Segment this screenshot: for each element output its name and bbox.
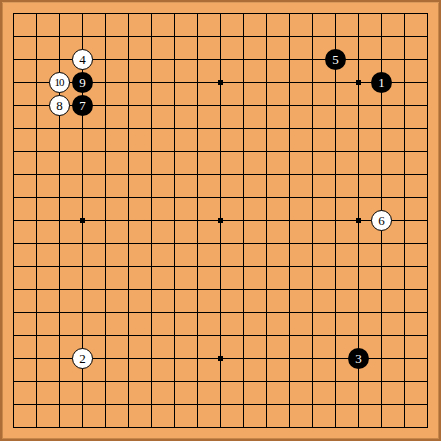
board-cell[interactable] [393,416,416,439]
board-cell[interactable] [324,163,347,186]
board-cell[interactable] [416,71,439,94]
board-cell[interactable] [25,117,48,140]
board-cell[interactable] [71,301,94,324]
board-cell[interactable] [301,347,324,370]
board-cell[interactable] [301,278,324,301]
board-cell[interactable] [393,117,416,140]
board-cell[interactable] [416,140,439,163]
board-cell[interactable] [163,347,186,370]
board-cell[interactable] [2,393,25,416]
board-cell[interactable] [301,370,324,393]
board-cell[interactable] [163,163,186,186]
board-cell[interactable] [232,25,255,48]
board-cell[interactable] [140,255,163,278]
board-cell[interactable] [255,2,278,25]
board-cell[interactable] [2,301,25,324]
board-cell[interactable] [393,163,416,186]
board-cell[interactable] [140,209,163,232]
board-cell[interactable] [2,347,25,370]
board-cell[interactable] [393,324,416,347]
board-cell[interactable] [324,255,347,278]
board-cell[interactable] [232,209,255,232]
board-cell[interactable] [370,324,393,347]
board-cell[interactable] [2,25,25,48]
board-cell[interactable] [255,278,278,301]
board-cell[interactable] [416,370,439,393]
board-cell[interactable] [94,140,117,163]
board-cell[interactable] [301,94,324,117]
board-cell[interactable] [324,301,347,324]
board-cell[interactable] [163,301,186,324]
board-cell[interactable] [324,393,347,416]
board-cell[interactable] [94,163,117,186]
board-cell[interactable] [25,209,48,232]
board-cell[interactable] [94,25,117,48]
board-cell[interactable] [25,2,48,25]
board-cell[interactable] [393,255,416,278]
board-cell[interactable] [48,324,71,347]
board-cell[interactable] [48,393,71,416]
board-cell[interactable] [370,301,393,324]
board-cell[interactable] [301,209,324,232]
board-cell[interactable] [163,324,186,347]
board-cell[interactable] [117,117,140,140]
board-cell[interactable] [255,416,278,439]
board-cell[interactable] [324,370,347,393]
board-cell[interactable] [324,71,347,94]
board-cell[interactable] [163,393,186,416]
board-cell[interactable] [186,209,209,232]
board-cell[interactable] [71,393,94,416]
board-cell[interactable] [301,255,324,278]
board-cell[interactable] [94,347,117,370]
board-cell[interactable] [370,370,393,393]
board-cell[interactable] [2,71,25,94]
board-cell[interactable] [347,186,370,209]
board-cell[interactable] [232,416,255,439]
board-cell[interactable] [25,278,48,301]
board-cell[interactable] [71,117,94,140]
board-cell[interactable] [117,324,140,347]
board-cell[interactable]: 7 [71,94,94,117]
board-cell[interactable] [117,25,140,48]
board-cell[interactable] [232,117,255,140]
board-cell[interactable] [71,370,94,393]
board-cell[interactable] [347,163,370,186]
board-cell[interactable] [94,393,117,416]
board-cell[interactable] [209,71,232,94]
board-cell[interactable] [48,416,71,439]
board-cell[interactable] [117,416,140,439]
board-cell[interactable] [163,94,186,117]
board-cell[interactable] [140,71,163,94]
board-cell[interactable] [140,232,163,255]
board-cell[interactable] [347,209,370,232]
board-cell[interactable] [71,2,94,25]
board-cell[interactable] [2,48,25,71]
board-cell[interactable] [163,140,186,163]
board-cell[interactable] [186,347,209,370]
board-cell[interactable] [48,186,71,209]
board-cell[interactable] [301,48,324,71]
board-cell[interactable] [209,255,232,278]
board-cell[interactable] [186,370,209,393]
board-cell[interactable] [370,48,393,71]
board-cell[interactable] [117,255,140,278]
board-cell[interactable] [416,117,439,140]
board-cell[interactable] [2,209,25,232]
board-cell[interactable] [117,2,140,25]
board-cell[interactable] [393,301,416,324]
board-cell[interactable] [163,416,186,439]
board-cell[interactable] [117,94,140,117]
board-cell[interactable] [71,255,94,278]
board-cell[interactable] [2,117,25,140]
board-cell[interactable] [370,255,393,278]
board-cell[interactable] [25,393,48,416]
board-cell[interactable] [301,117,324,140]
board-cell[interactable]: 5 [324,48,347,71]
board-cell[interactable] [25,186,48,209]
board-cell[interactable] [255,347,278,370]
board-cell[interactable] [278,416,301,439]
board-cell[interactable] [186,2,209,25]
board-cell[interactable] [2,232,25,255]
board-cell[interactable] [48,48,71,71]
board-cell[interactable] [209,48,232,71]
board-cell[interactable] [163,232,186,255]
board-cell[interactable] [117,140,140,163]
board-cell[interactable] [94,416,117,439]
board-cell[interactable] [25,370,48,393]
board-cell[interactable] [278,393,301,416]
board-cell[interactable] [209,140,232,163]
board-cell[interactable] [140,25,163,48]
board-cell[interactable] [278,232,301,255]
board-cell[interactable] [186,163,209,186]
board-cell[interactable] [163,71,186,94]
board-cell[interactable] [94,278,117,301]
board-cell[interactable] [301,324,324,347]
board-cell[interactable] [301,232,324,255]
board-cell[interactable] [117,393,140,416]
board-cell[interactable] [140,117,163,140]
board-cell[interactable] [117,347,140,370]
board-cell[interactable] [48,140,71,163]
board-cell[interactable] [140,347,163,370]
board-cell[interactable] [186,255,209,278]
board-cell[interactable] [71,25,94,48]
board-cell[interactable] [209,163,232,186]
board-cell[interactable] [255,117,278,140]
board-cell[interactable] [255,163,278,186]
board-cell[interactable] [416,393,439,416]
board-cell[interactable] [278,301,301,324]
board-cell[interactable] [347,71,370,94]
board-cell[interactable] [255,255,278,278]
board-cell[interactable] [117,301,140,324]
board-cell[interactable] [25,324,48,347]
board-cell[interactable] [347,2,370,25]
board-cell[interactable] [232,71,255,94]
board-cell[interactable] [278,2,301,25]
board-cell[interactable] [140,2,163,25]
board-cell[interactable] [232,94,255,117]
board-cell[interactable] [347,301,370,324]
board-cell[interactable] [48,2,71,25]
board-cell[interactable] [347,117,370,140]
board-cell[interactable] [232,186,255,209]
board-cell[interactable] [163,25,186,48]
board-cell[interactable] [232,255,255,278]
board-cell[interactable] [94,117,117,140]
board-cell[interactable] [324,324,347,347]
board-cell[interactable] [255,209,278,232]
board-cell[interactable] [140,94,163,117]
board-cell[interactable]: 3 [347,347,370,370]
board-cell[interactable] [186,140,209,163]
board-cell[interactable] [48,278,71,301]
board-cell[interactable] [370,232,393,255]
board-cell[interactable] [278,347,301,370]
board-cell[interactable] [255,324,278,347]
board-cell[interactable] [278,48,301,71]
board-cell[interactable] [25,163,48,186]
board-cell[interactable] [186,94,209,117]
board-cell[interactable] [347,140,370,163]
board-cell[interactable] [232,393,255,416]
board-cell[interactable] [71,324,94,347]
board-cell[interactable] [278,140,301,163]
board-cell[interactable] [209,347,232,370]
board-cell[interactable] [393,140,416,163]
board-cell[interactable] [370,163,393,186]
board-cell[interactable] [324,2,347,25]
board-cell[interactable]: 9 [71,71,94,94]
board-cell[interactable] [94,209,117,232]
board-cell[interactable] [2,416,25,439]
board-cell[interactable] [140,163,163,186]
board-cell[interactable] [209,301,232,324]
board-cell[interactable] [2,163,25,186]
board-cell[interactable] [232,2,255,25]
board-cell[interactable] [370,416,393,439]
board-cell[interactable] [186,324,209,347]
board-cell[interactable] [25,140,48,163]
board-cell[interactable] [393,2,416,25]
board-cell[interactable] [347,232,370,255]
board-cell[interactable] [186,186,209,209]
board-cell[interactable] [324,94,347,117]
board-cell[interactable] [232,370,255,393]
board-cell[interactable] [301,25,324,48]
board-cell[interactable] [163,117,186,140]
board-cell[interactable] [393,186,416,209]
board-cell[interactable] [255,393,278,416]
board-cell[interactable] [393,347,416,370]
board-cell[interactable] [416,232,439,255]
board-cell[interactable] [370,393,393,416]
board-cell[interactable] [94,186,117,209]
board-cell[interactable] [163,2,186,25]
board-cell[interactable] [324,232,347,255]
board-cell[interactable] [186,278,209,301]
board-cell[interactable] [278,186,301,209]
board-cell[interactable] [347,255,370,278]
board-cell[interactable] [94,324,117,347]
board-cell[interactable] [209,232,232,255]
board-cell[interactable] [347,25,370,48]
board-cell[interactable] [416,48,439,71]
board-cell[interactable] [416,186,439,209]
board-cell[interactable] [186,71,209,94]
board-cell[interactable] [117,186,140,209]
board-cell[interactable] [94,255,117,278]
board-cell[interactable] [140,278,163,301]
board-cell[interactable] [324,347,347,370]
board-cell[interactable] [232,140,255,163]
board-cell[interactable] [209,393,232,416]
board-cell[interactable] [255,71,278,94]
board-cell[interactable] [117,209,140,232]
board-cell[interactable] [2,140,25,163]
board-cell[interactable] [301,140,324,163]
board-cell[interactable] [370,117,393,140]
board-cell[interactable] [209,209,232,232]
board-cell[interactable] [255,186,278,209]
board-cell[interactable] [416,301,439,324]
board-cell[interactable] [278,71,301,94]
board-cell[interactable] [324,25,347,48]
board-cell[interactable] [140,370,163,393]
board-cell[interactable] [71,163,94,186]
board-cell[interactable] [186,393,209,416]
board-cell[interactable] [255,301,278,324]
board-cell[interactable] [48,232,71,255]
board-cell[interactable] [370,347,393,370]
board-cell[interactable] [278,25,301,48]
board-cell[interactable] [25,301,48,324]
board-cell[interactable] [278,255,301,278]
board-cell[interactable] [370,140,393,163]
board-cell[interactable] [209,25,232,48]
board-cell[interactable] [416,94,439,117]
board-cell[interactable] [278,117,301,140]
board-cell[interactable] [94,71,117,94]
board-cell[interactable] [301,163,324,186]
board-cell[interactable] [94,48,117,71]
board-cell[interactable] [255,25,278,48]
board-cell[interactable] [209,416,232,439]
board-cell[interactable] [140,48,163,71]
board-cell[interactable] [347,48,370,71]
board-cell[interactable] [324,416,347,439]
board-cell[interactable] [370,278,393,301]
board-cell[interactable] [324,117,347,140]
board-cell[interactable] [347,416,370,439]
board-cell[interactable] [2,324,25,347]
board-cell[interactable] [94,94,117,117]
board-cell[interactable]: 2 [71,347,94,370]
board-cell[interactable] [25,94,48,117]
board-cell[interactable] [416,416,439,439]
board-cell[interactable] [25,25,48,48]
board-cell[interactable] [71,209,94,232]
board-cell[interactable] [393,94,416,117]
board-cell[interactable] [370,186,393,209]
board-cell[interactable] [255,140,278,163]
board-cell[interactable] [140,324,163,347]
board-cell[interactable] [301,416,324,439]
board-cell[interactable] [48,25,71,48]
board-cell[interactable] [25,48,48,71]
board-cell[interactable]: 10 [48,71,71,94]
board-cell[interactable] [301,301,324,324]
board-cell[interactable] [301,393,324,416]
board-cell[interactable] [347,94,370,117]
board-cell[interactable] [48,370,71,393]
board-cell[interactable] [163,370,186,393]
board-cell[interactable] [301,186,324,209]
board-cell[interactable]: 4 [71,48,94,71]
board-cell[interactable] [163,48,186,71]
board-cell[interactable] [232,232,255,255]
board-cell[interactable] [393,232,416,255]
board-cell[interactable] [416,209,439,232]
board-cell[interactable] [393,48,416,71]
board-cell[interactable] [117,232,140,255]
board-cell[interactable] [324,140,347,163]
board-cell[interactable] [186,301,209,324]
board-cell[interactable] [117,278,140,301]
board-cell[interactable] [2,94,25,117]
board-cell[interactable] [393,370,416,393]
board-cell[interactable] [393,393,416,416]
board-cell[interactable] [140,301,163,324]
board-cell[interactable] [416,324,439,347]
board-cell[interactable] [232,347,255,370]
board-cell[interactable] [48,163,71,186]
board-cell[interactable] [278,94,301,117]
board-cell[interactable] [117,48,140,71]
board-cell[interactable] [278,209,301,232]
board-cell[interactable] [186,416,209,439]
board-cell[interactable] [48,255,71,278]
board-cell[interactable] [255,370,278,393]
board-cell[interactable] [324,278,347,301]
board-cell[interactable] [94,232,117,255]
board-cell[interactable] [416,163,439,186]
board-cell[interactable] [186,48,209,71]
board-cell[interactable] [140,416,163,439]
board-cell[interactable] [209,117,232,140]
board-cell[interactable] [324,186,347,209]
board-cell[interactable] [278,324,301,347]
board-cell[interactable] [71,140,94,163]
board-cell[interactable] [186,25,209,48]
board-cell[interactable] [347,370,370,393]
board-cell[interactable] [232,301,255,324]
board-cell[interactable] [186,117,209,140]
board-cell[interactable] [2,278,25,301]
board-cell[interactable] [94,301,117,324]
board-cell[interactable]: 6 [370,209,393,232]
board-cell[interactable] [71,186,94,209]
board-cell[interactable] [71,416,94,439]
board-cell[interactable] [347,278,370,301]
board-cell[interactable] [301,2,324,25]
board-cell[interactable] [209,94,232,117]
